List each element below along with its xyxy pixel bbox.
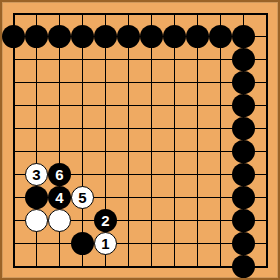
black-stone — [232, 209, 255, 232]
black-stone — [232, 117, 255, 140]
move-number-label: 5 — [78, 190, 86, 205]
black-stone: 4 — [48, 186, 71, 209]
grid-line-vertical — [151, 13, 152, 268]
black-stone — [232, 48, 255, 71]
black-stone — [71, 25, 94, 48]
black-stone — [163, 25, 186, 48]
black-stone — [232, 163, 255, 186]
black-stone — [209, 25, 232, 48]
black-stone — [25, 25, 48, 48]
black-stone — [232, 232, 255, 255]
black-stone — [25, 186, 48, 209]
black-stone — [71, 232, 94, 255]
go-board: 364521 — [0, 0, 280, 280]
black-stone — [232, 255, 255, 278]
move-number-label: 4 — [55, 190, 63, 205]
black-stone — [140, 25, 163, 48]
white-stone: 5 — [71, 186, 94, 209]
black-stone — [186, 25, 209, 48]
black-stone: 6 — [48, 163, 71, 186]
white-stone — [25, 209, 48, 232]
white-stone — [48, 209, 71, 232]
move-number-label: 3 — [32, 167, 40, 182]
black-stone — [48, 25, 71, 48]
move-number-label: 2 — [101, 213, 109, 228]
move-number-label: 1 — [101, 236, 109, 251]
grid-line-vertical — [82, 13, 83, 268]
black-stone — [94, 25, 117, 48]
black-stone — [232, 186, 255, 209]
grid-line-vertical — [266, 13, 268, 268]
black-stone — [232, 25, 255, 48]
grid-line-vertical — [128, 13, 129, 268]
grid-line-horizontal — [13, 59, 268, 60]
grid-line-horizontal — [13, 82, 268, 83]
black-stone — [2, 25, 25, 48]
grid-line-vertical — [13, 13, 15, 268]
black-stone — [232, 94, 255, 117]
grid-line-horizontal — [13, 243, 268, 244]
grid-line-vertical — [174, 13, 175, 268]
grid-line-horizontal — [13, 13, 268, 15]
grid-line-horizontal — [13, 105, 268, 106]
move-number-label: 6 — [55, 167, 63, 182]
grid-line-vertical — [220, 13, 221, 268]
white-stone: 1 — [94, 232, 117, 255]
grid-line-vertical — [197, 13, 198, 268]
black-stone: 2 — [94, 209, 117, 232]
black-stone — [232, 71, 255, 94]
grid-line-horizontal — [13, 151, 268, 152]
white-stone: 3 — [25, 163, 48, 186]
black-stone — [232, 140, 255, 163]
black-stone — [117, 25, 140, 48]
grid-line-horizontal — [13, 266, 268, 268]
grid-line-horizontal — [13, 128, 268, 129]
